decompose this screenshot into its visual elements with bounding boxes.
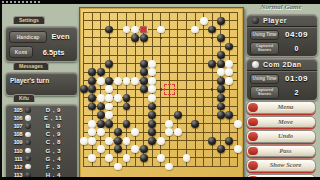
white-stone <box>88 137 96 145</box>
button-label: Menu <box>258 102 313 113</box>
board-gridline <box>83 166 238 167</box>
white-stone <box>123 77 131 85</box>
kifu-move-number: 107 <box>9 123 22 129</box>
black-stone-icon <box>25 123 31 129</box>
action-button-stack: MenuMoveUndoPassShow ScoreHint <box>246 101 316 180</box>
settings-tab: Settings <box>13 16 45 24</box>
black-stone <box>105 26 113 34</box>
white-stone <box>114 94 122 102</box>
black-stone <box>148 128 156 136</box>
handicap-label: Handicap <box>9 31 47 43</box>
button-red-cap <box>248 147 258 156</box>
board-gridline <box>203 12 204 167</box>
left-edge <box>0 0 2 180</box>
kifu-row[interactable]: 107B , 9 <box>6 122 77 130</box>
player-panel-white: Com 2Dan Using Time 01:09 Captured Stone… <box>246 58 318 101</box>
using-time-label: Using Time <box>250 30 279 40</box>
board-gridline <box>83 132 238 133</box>
white-stone <box>148 68 156 76</box>
player-captured-row: Captured Stones 0 <box>250 42 314 55</box>
black-stone <box>88 77 96 85</box>
button-label: Show Score <box>258 160 313 171</box>
menu-button[interactable]: Menu <box>246 101 316 114</box>
com-header: Com 2Dan <box>247 59 317 71</box>
black-stone-icon <box>25 107 31 113</box>
kifu-tab: Kifu <box>13 94 35 102</box>
kifu-move-coord: G , 3 <box>33 148 75 154</box>
white-stone <box>165 120 173 128</box>
black-stone <box>140 154 148 162</box>
white-stone <box>148 94 156 102</box>
board-gridline <box>186 12 187 167</box>
white-stone <box>217 68 225 76</box>
player-name: Player <box>263 17 287 24</box>
titlebar-text <box>2 1 40 3</box>
white-stone <box>105 111 113 119</box>
last-move-marker <box>141 27 146 32</box>
black-stone <box>225 111 233 119</box>
white-stone <box>114 77 122 85</box>
kifu-row[interactable]: 106E , 11 <box>6 114 77 122</box>
board-gridline <box>195 12 196 167</box>
kifu-move-coord: C , 8 <box>33 139 75 145</box>
board-gridline <box>83 149 238 150</box>
black-stone <box>217 77 225 85</box>
black-stone <box>191 120 199 128</box>
white-stone <box>157 137 165 145</box>
white-stone <box>225 77 233 85</box>
messages-tab: Messages <box>13 62 49 70</box>
black-stone <box>217 17 225 25</box>
black-stone <box>88 68 96 76</box>
black-stone <box>140 60 148 68</box>
black-stone <box>148 111 156 119</box>
button-label: Pass <box>258 146 313 157</box>
kifu-move-number: 106 <box>9 115 22 121</box>
white-stone <box>88 120 96 128</box>
white-stone <box>80 137 88 145</box>
kifu-panel: Kifu 105D , 9106E , 11107B , 9108C , 910… <box>5 86 78 180</box>
kifu-move-coord: D , 9 <box>33 107 75 113</box>
kifu-row[interactable]: 109C , 8 <box>6 138 77 146</box>
black-stone <box>123 120 131 128</box>
black-stone <box>105 77 113 85</box>
game-screen: Settings Handicap Even Komi 6.5pts Messa… <box>0 0 320 180</box>
black-stone <box>88 103 96 111</box>
com-captured-value: 2 <box>279 89 314 96</box>
white-stone <box>183 154 191 162</box>
kifu-move-number: 109 <box>9 139 22 145</box>
black-stone <box>88 94 96 102</box>
black-stone <box>225 137 233 145</box>
star-point <box>160 37 162 39</box>
kifu-move-number: 111 <box>9 156 22 162</box>
white-stone <box>131 145 139 153</box>
com-time-value: 01:09 <box>279 74 314 83</box>
black-stone <box>140 68 148 76</box>
kifu-move-coord: G , 4 <box>33 156 75 162</box>
star-point <box>211 37 213 39</box>
white-stone <box>131 77 139 85</box>
white-stone <box>157 154 165 162</box>
black-stone <box>105 120 113 128</box>
com-time-row: Using Time 01:09 <box>250 74 314 84</box>
kifu-move-coord: F , 3 <box>33 164 75 170</box>
white-stone-icon <box>25 132 31 138</box>
white-stone <box>105 137 113 145</box>
kifu-move-number: 110 <box>9 148 22 154</box>
kifu-row[interactable]: 110G , 3 <box>6 146 77 154</box>
black-stone-icon <box>252 17 259 24</box>
black-stone <box>105 60 113 68</box>
star-point <box>211 88 213 90</box>
white-stone <box>148 60 156 68</box>
black-stone <box>217 111 225 119</box>
black-stone <box>114 145 122 153</box>
white-stone <box>165 128 173 136</box>
black-stone <box>114 128 122 136</box>
white-stone <box>165 163 173 171</box>
kifu-row[interactable]: 111G , 4 <box>6 155 77 163</box>
board-gridline <box>177 12 178 167</box>
black-stone <box>148 137 156 145</box>
white-stone <box>131 128 139 136</box>
kifu-move-list[interactable]: 105D , 9106E , 11107B , 9108C , 9109C , … <box>5 104 78 180</box>
captured-stones-label: Captured Stones <box>250 42 279 55</box>
black-stone-icon <box>25 156 31 162</box>
white-stone <box>97 77 105 85</box>
move-button[interactable]: Move <box>246 116 316 129</box>
player-time-value: 04:09 <box>279 30 314 39</box>
kifu-move-number: 112 <box>9 164 22 170</box>
button-red-cap <box>248 161 258 170</box>
white-stone <box>97 145 105 153</box>
com-captured-row: Captured Stones 2 <box>250 86 314 99</box>
kifu-move-coord: E , 11 <box>33 115 75 121</box>
black-stone <box>131 34 139 42</box>
button-label: Undo <box>258 131 313 142</box>
handicap-value: Even <box>47 32 74 41</box>
white-stone <box>234 145 242 153</box>
black-stone <box>114 137 122 145</box>
kifu-move-number: 105 <box>9 107 22 113</box>
pass-button[interactable]: Pass <box>246 145 316 158</box>
show-score-button[interactable]: Show Score <box>246 159 316 172</box>
black-stone <box>140 77 148 85</box>
white-stone <box>123 137 131 145</box>
white-stone <box>105 94 113 102</box>
black-stone <box>208 26 216 34</box>
black-stone-icon <box>25 140 31 146</box>
black-stone <box>225 43 233 51</box>
white-stone <box>97 128 105 136</box>
white-stone <box>174 128 182 136</box>
white-stone <box>225 60 233 68</box>
white-stone <box>105 154 113 162</box>
button-red-cap <box>248 132 258 141</box>
white-stone <box>105 85 113 93</box>
black-stone <box>217 103 225 111</box>
black-stone <box>148 103 156 111</box>
black-stone <box>97 103 105 111</box>
black-stone <box>123 103 131 111</box>
white-stone-icon <box>25 115 31 121</box>
black-stone <box>123 94 131 102</box>
black-stone <box>97 111 105 119</box>
white-stone <box>88 128 96 136</box>
black-stone <box>148 120 156 128</box>
black-stone <box>80 85 88 93</box>
black-stone <box>217 60 225 68</box>
black-stone <box>208 60 216 68</box>
white-stone-icon <box>25 148 31 154</box>
white-stone-icon <box>25 164 31 170</box>
undo-button[interactable]: Undo <box>246 130 316 143</box>
player-header: Player <box>247 15 317 27</box>
player-time-row: Using Time 04:09 <box>250 30 314 40</box>
black-stone <box>217 34 225 42</box>
game-mode-label: Normal Game <box>246 3 316 11</box>
white-stone <box>148 85 156 93</box>
white-stone <box>225 68 233 76</box>
go-board[interactable] <box>79 7 244 179</box>
titlebar <box>0 0 320 4</box>
button-red-cap <box>248 103 258 112</box>
button-label: Move <box>258 117 313 128</box>
turn-status-text: Player's turn <box>6 73 77 84</box>
white-stone <box>157 26 165 34</box>
captured-stones-label: Captured Stones <box>250 86 279 99</box>
button-red-cap <box>248 118 258 127</box>
white-stone-icon <box>252 61 259 68</box>
kifu-move-number: 108 <box>9 131 22 137</box>
black-stone <box>217 51 225 59</box>
board-gridline <box>237 12 238 167</box>
kifu-row[interactable]: 108C , 9 <box>6 130 77 138</box>
white-stone <box>123 154 131 162</box>
star-point <box>160 88 162 90</box>
black-stone <box>174 111 182 119</box>
white-stone <box>200 17 208 25</box>
kifu-row[interactable]: 105D , 9 <box>6 106 77 114</box>
white-stone <box>114 163 122 171</box>
white-stone <box>88 154 96 162</box>
player-panel-black: Player Using Time 04:09 Captured Stones … <box>246 14 318 57</box>
black-stone <box>97 120 105 128</box>
board-cursor <box>164 84 176 96</box>
black-stone <box>97 68 105 76</box>
white-stone <box>123 26 131 34</box>
kifu-row[interactable]: 112F , 3 <box>6 163 77 171</box>
white-stone <box>234 120 242 128</box>
black-stone <box>217 85 225 93</box>
white-stone <box>105 103 113 111</box>
black-stone <box>217 94 225 102</box>
kifu-move-coord: C , 9 <box>33 131 75 137</box>
white-stone <box>148 77 156 85</box>
black-stone <box>217 145 225 153</box>
black-stone <box>88 85 96 93</box>
com-name: Com 2Dan <box>263 61 302 68</box>
black-stone <box>140 145 148 153</box>
bottom-bar <box>0 177 320 180</box>
star-point <box>108 37 110 39</box>
white-stone <box>131 26 139 34</box>
black-stone <box>208 137 216 145</box>
black-stone <box>140 85 148 93</box>
player-captured-value: 0 <box>279 45 314 52</box>
handicap-row: Handicap Even <box>9 31 74 43</box>
kifu-move-coord: B , 9 <box>33 123 75 129</box>
white-stone <box>191 26 199 34</box>
black-stone <box>140 34 148 42</box>
white-stone <box>97 94 105 102</box>
using-time-label: Using Time <box>250 74 279 84</box>
